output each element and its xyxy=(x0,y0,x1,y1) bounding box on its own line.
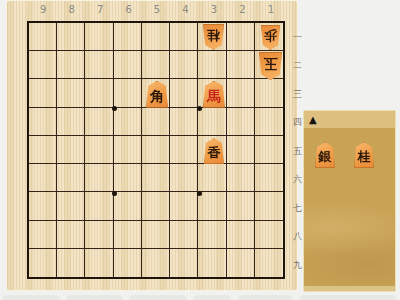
board-cell[interactable] xyxy=(114,23,142,51)
board-cell[interactable] xyxy=(142,249,170,277)
board-cell[interactable] xyxy=(85,108,113,136)
board-cell[interactable] xyxy=(198,221,226,249)
board-cell[interactable] xyxy=(255,136,283,164)
file-label: 9 xyxy=(29,2,57,18)
file-label: 8 xyxy=(58,2,86,18)
board-cell[interactable] xyxy=(170,51,198,79)
board-cell[interactable] xyxy=(114,249,142,277)
board-cell[interactable] xyxy=(57,51,85,79)
board-cell[interactable] xyxy=(57,136,85,164)
board-cell[interactable] xyxy=(114,164,142,192)
board-cell[interactable] xyxy=(227,164,255,192)
board-cell[interactable] xyxy=(29,192,57,220)
hand-piece-銀[interactable]: 銀 xyxy=(315,142,335,168)
sente-hand-tray: ▲ 銀桂 xyxy=(303,110,396,292)
board-cell[interactable] xyxy=(85,221,113,249)
rank-label: 一 xyxy=(290,23,305,51)
board-cell[interactable] xyxy=(29,23,57,51)
board-cell[interactable] xyxy=(198,108,226,136)
cutoff-button[interactable] xyxy=(129,295,187,300)
cutoff-button[interactable] xyxy=(66,295,123,300)
board-cell[interactable] xyxy=(198,164,226,192)
board-cell[interactable] xyxy=(29,164,57,192)
rank-label: 二 xyxy=(290,51,305,79)
board-cell[interactable] xyxy=(227,108,255,136)
board-cell[interactable] xyxy=(29,136,57,164)
board-cell[interactable] xyxy=(227,23,255,51)
hand-piece-桂[interactable]: 桂 xyxy=(354,142,374,168)
board-cell[interactable] xyxy=(57,79,85,107)
board-cell[interactable] xyxy=(29,51,57,79)
board-cell[interactable] xyxy=(142,192,170,220)
board-cell[interactable] xyxy=(57,108,85,136)
board-cell[interactable] xyxy=(170,136,198,164)
shogi-diagram: 987654321 一二三四五六七八九 桂歩玉角馬香 ▲ 銀桂 xyxy=(0,0,400,300)
board-cell[interactable] xyxy=(85,79,113,107)
board-cell[interactable] xyxy=(142,136,170,164)
cutoff-button[interactable] xyxy=(238,295,293,300)
cutoff-button[interactable] xyxy=(193,295,231,300)
board-cell[interactable] xyxy=(114,136,142,164)
cutoff-button[interactable] xyxy=(2,295,60,300)
board-cell[interactable] xyxy=(227,221,255,249)
board-cell[interactable] xyxy=(85,136,113,164)
board-cell[interactable] xyxy=(57,23,85,51)
board-cell[interactable] xyxy=(227,51,255,79)
board-cell[interactable] xyxy=(255,108,283,136)
board-cell[interactable] xyxy=(29,249,57,277)
board-cell[interactable] xyxy=(142,51,170,79)
board-cell[interactable] xyxy=(57,192,85,220)
board-cell[interactable] xyxy=(170,221,198,249)
board-cell[interactable] xyxy=(85,51,113,79)
board-cell[interactable] xyxy=(255,79,283,107)
board-cell[interactable] xyxy=(114,221,142,249)
file-label: 6 xyxy=(115,2,143,18)
cutoff-button[interactable] xyxy=(299,295,396,300)
board-cell[interactable] xyxy=(57,221,85,249)
board-cell[interactable] xyxy=(29,221,57,249)
hoshi-dot xyxy=(112,106,117,111)
board-cell[interactable] xyxy=(142,108,170,136)
board-cell[interactable] xyxy=(114,51,142,79)
board-cell[interactable] xyxy=(227,79,255,107)
board-cell[interactable] xyxy=(85,23,113,51)
board-cell[interactable] xyxy=(255,164,283,192)
board-cell[interactable] xyxy=(255,192,283,220)
board-grid xyxy=(27,21,285,279)
sente-turn-marker: ▲ xyxy=(309,114,317,125)
file-label: 5 xyxy=(143,2,171,18)
file-label: 2 xyxy=(228,2,256,18)
file-label: 1 xyxy=(257,2,285,18)
board-cell[interactable] xyxy=(255,249,283,277)
board-cell[interactable] xyxy=(114,108,142,136)
file-label: 3 xyxy=(200,2,228,18)
board-cell[interactable] xyxy=(142,23,170,51)
board-cell[interactable] xyxy=(142,164,170,192)
board-cell[interactable] xyxy=(85,164,113,192)
shogi-board: 987654321 一二三四五六七八九 桂歩玉角馬香 xyxy=(6,0,298,291)
board-cell[interactable] xyxy=(227,192,255,220)
board-cell[interactable] xyxy=(114,79,142,107)
board-cell[interactable] xyxy=(170,23,198,51)
board-cell[interactable] xyxy=(198,249,226,277)
board-cell[interactable] xyxy=(170,108,198,136)
board-cell[interactable] xyxy=(57,249,85,277)
board-cell[interactable] xyxy=(29,79,57,107)
board-cell[interactable] xyxy=(57,164,85,192)
board-cell[interactable] xyxy=(142,221,170,249)
board-cell[interactable] xyxy=(85,192,113,220)
board-cell[interactable] xyxy=(114,192,142,220)
rank-label: 三 xyxy=(290,80,305,108)
board-cell[interactable] xyxy=(29,108,57,136)
hand-tray-header: ▲ xyxy=(304,111,395,128)
board-cell[interactable] xyxy=(227,136,255,164)
board-cell[interactable] xyxy=(170,249,198,277)
board-cell[interactable] xyxy=(227,249,255,277)
board-cell[interactable] xyxy=(85,249,113,277)
board-cell[interactable] xyxy=(198,192,226,220)
hand-tray-edge xyxy=(304,286,395,291)
file-label: 7 xyxy=(86,2,114,18)
board-cell[interactable] xyxy=(170,192,198,220)
board-cell[interactable] xyxy=(170,79,198,107)
board-cell[interactable] xyxy=(170,164,198,192)
board-cell[interactable] xyxy=(198,51,226,79)
file-label: 4 xyxy=(171,2,199,18)
board-cell[interactable] xyxy=(255,221,283,249)
